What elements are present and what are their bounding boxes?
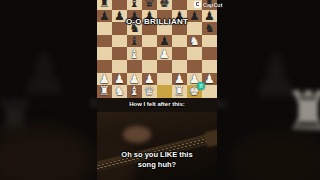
capcut-watermark: C CapCut	[194, 1, 223, 8]
square-a1[interactable]: ♜	[97, 85, 112, 98]
square-f1[interactable]: ♜	[172, 85, 187, 98]
caption-band: How I felt after this:	[97, 98, 217, 112]
white-pawn[interactable]: ♟	[172, 72, 187, 84]
square-g5[interactable]: ♞	[187, 35, 202, 48]
black-pawn[interactable]: ♟	[157, 35, 172, 47]
white-pawn[interactable]: ♟	[127, 72, 142, 84]
white-knight[interactable]: ♞	[112, 85, 127, 97]
white-bishop[interactable]: ♝	[127, 85, 142, 97]
square-d5[interactable]	[142, 35, 157, 48]
square-f4[interactable]	[172, 47, 187, 60]
subtitle-text: Oh so you LIKE this song huh?	[97, 150, 217, 169]
white-pawn[interactable]: ♟	[112, 72, 127, 84]
square-e2[interactable]	[157, 73, 172, 86]
square-b5[interactable]	[112, 35, 127, 48]
square-h5[interactable]	[202, 35, 217, 48]
blurred-guitar-shadow	[230, 130, 320, 180]
blurred-guitar-shadow	[0, 125, 95, 180]
capcut-logo-icon: C	[194, 1, 201, 8]
white-rook[interactable]: ♜	[97, 85, 112, 97]
square-h4[interactable]	[202, 47, 217, 60]
white-bishop[interactable]: ♝	[127, 47, 142, 59]
black-king[interactable]: ♚	[157, 0, 172, 9]
square-e1[interactable]	[157, 85, 172, 98]
video-frame: ♟ ♜ ♟ ♜ How I felt after this: ♜♝♛♚♜♟♟♟♟…	[0, 0, 320, 180]
square-e8[interactable]: ♚	[157, 0, 172, 10]
capcut-label: CapCut	[203, 2, 223, 8]
square-a4[interactable]	[97, 47, 112, 60]
white-pawn[interactable]: ♟	[157, 47, 172, 59]
guitarist-hand	[123, 126, 151, 143]
meme-caption: How I felt after this:	[97, 101, 217, 107]
square-g4[interactable]	[187, 47, 202, 60]
guitar-headstock	[204, 127, 217, 148]
chess-board[interactable]: ♜♝♛♚♜♟♟♟♟♟♟♟♞♞♝♟♞♝♟♟♟♟♟♟♟♟♜♞♝♛♜♚!!	[97, 0, 217, 98]
square-e3[interactable]	[157, 60, 172, 73]
subtitle-line-1: Oh so you LIKE this	[97, 150, 217, 160]
square-c4[interactable]: ♝	[127, 47, 142, 60]
square-g1[interactable]: ♚!!	[187, 85, 202, 98]
white-pawn[interactable]: ♟	[142, 72, 157, 84]
square-d1[interactable]: ♛	[142, 85, 157, 98]
white-pawn[interactable]: ♟	[97, 72, 112, 84]
square-c1[interactable]: ♝	[127, 85, 142, 98]
black-bishop[interactable]: ♝	[127, 35, 142, 47]
square-e4[interactable]: ♟	[157, 47, 172, 60]
white-rook[interactable]: ♜	[172, 85, 187, 97]
subtitle-line-2: song huh?	[97, 160, 217, 170]
square-f5[interactable]	[172, 35, 187, 48]
square-d4[interactable]	[142, 47, 157, 60]
square-b4[interactable]	[112, 47, 127, 60]
white-knight[interactable]: ♞	[187, 35, 202, 47]
square-b1[interactable]: ♞	[112, 85, 127, 98]
move-annotation-text: O-O BRILLIANT	[97, 17, 217, 26]
white-pawn[interactable]: ♟	[202, 72, 217, 84]
guitar-video	[97, 112, 217, 180]
square-a5[interactable]	[97, 35, 112, 48]
white-queen[interactable]: ♛	[142, 85, 157, 97]
